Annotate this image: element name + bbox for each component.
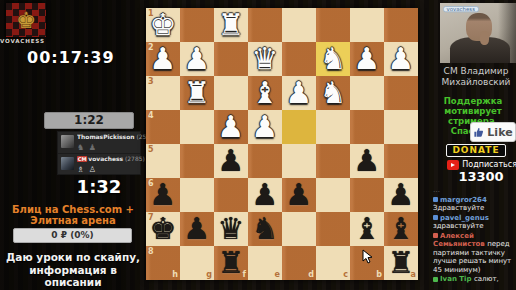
white-pawn: ♟ — [214, 110, 248, 144]
square-d7[interactable] — [282, 212, 316, 246]
square-c7[interactable] — [316, 212, 350, 246]
square-a1[interactable] — [384, 8, 418, 42]
white-bishop: ♝ — [248, 76, 282, 110]
black-pawn: ♟ — [350, 144, 384, 178]
chat-username: Алексей Семьянистов — [433, 232, 487, 249]
black-pawn: ♟ — [282, 178, 316, 212]
square-h1[interactable]: 1♚ — [146, 8, 180, 42]
white-pawn: ♟ — [248, 110, 282, 144]
player-row-white: ThomasPickisson (2571) ♞ ♟ — [58, 132, 140, 153]
chat-user-badge-icon — [433, 215, 438, 220]
square-d3[interactable]: ♟ — [282, 76, 316, 110]
white-rook: ♜ — [214, 8, 248, 42]
rank-label: 8 — [148, 248, 154, 256]
square-d8[interactable]: d — [282, 246, 316, 280]
black-pawn: ♟ — [248, 178, 282, 212]
chat-message: Алексей Семьянистов перед партиями такти… — [433, 232, 516, 275]
black-player-clock: 1:32 — [57, 176, 141, 197]
chat-message: … — [433, 186, 516, 195]
file-label: h — [172, 271, 178, 279]
square-d5[interactable] — [282, 144, 316, 178]
rank-label: 3 — [148, 78, 154, 86]
square-b4[interactable] — [350, 110, 384, 144]
square-a6[interactable]: ♟ — [384, 178, 418, 212]
square-h6[interactable]: 6♟ — [146, 178, 180, 212]
player-rating: (2785) — [125, 156, 145, 163]
square-c4[interactable] — [316, 110, 350, 144]
square-c5[interactable] — [316, 144, 350, 178]
chess-board: 1♚♜2♟♟♛♞♟♟3♜♝♟♞4♟♟5♟♟6♟♟♟♟7♚♟♛♞♝♝8hgf♜ed… — [146, 8, 418, 280]
square-e1[interactable] — [248, 8, 282, 42]
file-label: d — [308, 271, 314, 279]
white-pawn: ♟ — [180, 42, 214, 76]
square-e2[interactable]: ♛ — [248, 42, 282, 76]
square-h3[interactable]: 3 — [146, 76, 180, 110]
like-label: Like — [487, 126, 512, 139]
square-g5[interactable] — [180, 144, 214, 178]
square-g1[interactable] — [180, 8, 214, 42]
square-f4[interactable]: ♟ — [214, 110, 248, 144]
chat-message: Ivan Tip салют, народы. Вова жги — [433, 275, 516, 283]
file-label: g — [206, 271, 212, 279]
square-e8[interactable]: e — [248, 246, 282, 280]
white-rook: ♜ — [180, 76, 214, 110]
avatar — [61, 135, 74, 148]
chat-username: margror264 — [440, 196, 487, 204]
square-f5[interactable]: ♟ — [214, 144, 248, 178]
square-b5[interactable]: ♟ — [350, 144, 384, 178]
captured-pieces: ♗ ♙ — [77, 165, 97, 174]
black-king: ♚ — [146, 212, 180, 246]
file-label: b — [376, 271, 382, 279]
square-h8[interactable]: 8h — [146, 246, 180, 280]
subscriber-count: 13300 — [445, 169, 516, 184]
avatar — [61, 157, 74, 170]
rank-label: 5 — [148, 146, 154, 154]
square-a2[interactable]: ♟ — [384, 42, 418, 76]
square-d6[interactable]: ♟ — [282, 178, 316, 212]
chat-message: margror264 Здравствуйте — [433, 196, 516, 213]
black-queen: ♛ — [214, 212, 248, 246]
white-pawn: ♟ — [282, 76, 316, 110]
square-g6[interactable] — [180, 178, 214, 212]
square-a5[interactable] — [384, 144, 418, 178]
file-label: e — [275, 271, 280, 279]
square-c8[interactable]: c — [316, 246, 350, 280]
chat-username: Ivan Tip — [440, 275, 474, 283]
black-pawn: ♟ — [214, 144, 248, 178]
square-f6[interactable] — [214, 178, 248, 212]
square-e4[interactable]: ♟ — [248, 110, 282, 144]
chat-user-badge-icon — [433, 197, 438, 202]
file-label: c — [343, 271, 348, 279]
webcam-video: vovachess — [440, 3, 516, 63]
mouse-cursor-icon — [362, 249, 373, 264]
square-f2[interactable] — [214, 42, 248, 76]
like-button[interactable]: Like — [470, 122, 516, 142]
square-h5[interactable]: 5 — [146, 144, 180, 178]
player-row-black: CMvovachess (2785) ♗ ♙ — [58, 153, 140, 174]
youtube-play-icon — [447, 160, 459, 170]
square-c1[interactable] — [316, 8, 350, 42]
thumbs-up-icon — [473, 127, 484, 138]
white-pawn: ♟ — [350, 42, 384, 76]
chat-user-badge-icon — [433, 233, 438, 238]
square-c6[interactable] — [316, 178, 350, 212]
chat-text: здравствуйте — [433, 222, 484, 230]
square-b3[interactable] — [350, 76, 384, 110]
streamer-name: СМ Владимир Михайловский — [436, 66, 516, 88]
stream-overlay: ♚ VOVACHESS 00:17:39 1:22 ThomasPickisso… — [0, 0, 516, 290]
square-e7[interactable]: ♞ — [248, 212, 282, 246]
square-a3[interactable] — [384, 76, 418, 110]
rank-label: 4 — [148, 112, 154, 120]
donate-button[interactable]: DONATE — [446, 144, 506, 157]
captured-pieces: ♞ ♟ — [77, 143, 97, 152]
white-player-clock: 1:22 — [44, 112, 134, 129]
black-pawn: ♟ — [180, 212, 214, 246]
vovachess-logo: ♚ — [6, 3, 46, 37]
square-f1[interactable]: ♜ — [214, 8, 248, 42]
square-d1[interactable] — [282, 8, 316, 42]
square-g3[interactable]: ♜ — [180, 76, 214, 110]
player-name: vovachess — [88, 156, 123, 163]
black-pawn: ♟ — [146, 178, 180, 212]
logo-text: VOVACHESS — [0, 38, 42, 44]
white-knight: ♞ — [316, 76, 350, 110]
square-b1[interactable] — [350, 8, 384, 42]
stream-timer: 00:17:39 — [27, 48, 115, 67]
square-b2[interactable]: ♟ — [350, 42, 384, 76]
square-c2[interactable]: ♞ — [316, 42, 350, 76]
chat-user-badge-icon — [433, 277, 438, 282]
chat-username: pavel_genus — [440, 214, 489, 222]
square-b6[interactable] — [350, 178, 384, 212]
square-a7[interactable]: ♝ — [384, 212, 418, 246]
white-pawn: ♟ — [146, 42, 180, 76]
black-rook: ♜ — [384, 246, 418, 280]
player-name: ThomasPickisson — [77, 134, 134, 141]
square-a8[interactable]: a♜ — [384, 246, 418, 280]
donation-progress: 0 ₽ (0%) — [13, 228, 132, 243]
white-king: ♚ — [146, 8, 180, 42]
square-c3[interactable]: ♞ — [316, 76, 350, 110]
cm-title-badge: CM — [77, 156, 88, 162]
chat-messages[interactable]: …margror264 Здравствуйтеpavel_genus здра… — [433, 186, 516, 283]
square-e3[interactable]: ♝ — [248, 76, 282, 110]
square-g7[interactable]: ♟ — [180, 212, 214, 246]
black-rook: ♜ — [214, 246, 248, 280]
square-d2[interactable] — [282, 42, 316, 76]
subscribe-label: Подписаться — [462, 160, 516, 169]
square-f7[interactable]: ♛ — [214, 212, 248, 246]
square-h7[interactable]: 7♚ — [146, 212, 180, 246]
black-pawn: ♟ — [384, 178, 418, 212]
square-g8[interactable]: g — [180, 246, 214, 280]
square-b7[interactable]: ♝ — [350, 212, 384, 246]
black-knight: ♞ — [248, 212, 282, 246]
event-title: Блиц на Chess.com + Элитная арена — [4, 204, 142, 226]
chat-message: pavel_genus здравствуйте — [433, 214, 516, 231]
square-h4[interactable]: 4 — [146, 110, 180, 144]
white-queen: ♛ — [248, 42, 282, 76]
square-f3[interactable] — [214, 76, 248, 110]
chat-text: … — [433, 186, 440, 194]
square-a4[interactable] — [384, 110, 418, 144]
square-h2[interactable]: 2♟ — [146, 42, 180, 76]
white-pawn: ♟ — [384, 42, 418, 76]
white-knight: ♞ — [316, 42, 350, 76]
gold-king-icon: ♚ — [6, 3, 46, 37]
square-e5[interactable] — [248, 144, 282, 178]
chat-text: Здравствуйте — [433, 204, 484, 212]
webcam-watermark: vovachess — [443, 6, 479, 12]
black-bishop: ♝ — [350, 212, 384, 246]
square-e6[interactable]: ♟ — [248, 178, 282, 212]
lessons-info: Даю уроки по скайпу, информация в описан… — [2, 251, 144, 289]
black-bishop: ♝ — [384, 212, 418, 246]
square-d4[interactable] — [282, 110, 316, 144]
square-g2[interactable]: ♟ — [180, 42, 214, 76]
players-panel: ThomasPickisson (2571) ♞ ♟ CMvovachess (… — [57, 131, 141, 175]
square-f8[interactable]: f♜ — [214, 246, 248, 280]
square-g4[interactable] — [180, 110, 214, 144]
